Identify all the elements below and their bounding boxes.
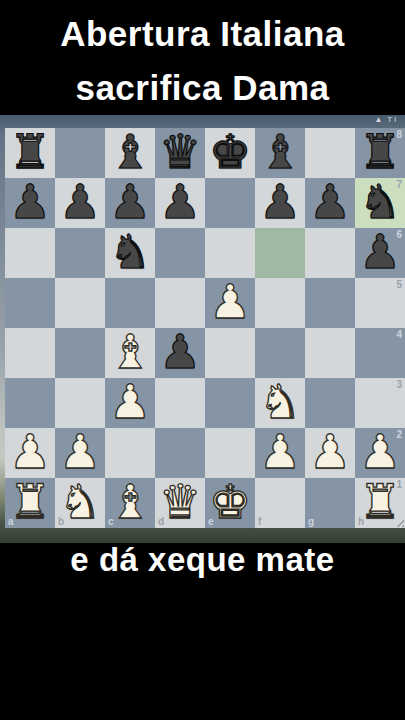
square-c7[interactable]: ♟ xyxy=(105,178,155,228)
black-bishop[interactable]: ♝ xyxy=(109,127,151,177)
black-pawn[interactable]: ♟ xyxy=(159,327,201,377)
square-a7[interactable]: ♟ xyxy=(5,178,55,228)
status-triangle-icon: ▲ xyxy=(374,115,384,125)
white-pawn[interactable]: ♟ xyxy=(359,427,401,477)
square-h4[interactable]: 4 xyxy=(355,328,405,378)
square-d5[interactable] xyxy=(155,278,205,328)
square-g1[interactable]: g xyxy=(305,478,355,528)
square-g6[interactable] xyxy=(305,228,355,278)
square-h1[interactable]: ♜1h xyxy=(355,478,405,528)
square-c6[interactable]: ♞ xyxy=(105,228,155,278)
square-g5[interactable] xyxy=(305,278,355,328)
square-b7[interactable]: ♟ xyxy=(55,178,105,228)
square-e1[interactable]: ♚e xyxy=(205,478,255,528)
square-b2[interactable]: ♟ xyxy=(55,428,105,478)
status-bar: ▲ Tl xyxy=(374,115,398,125)
square-c3[interactable]: ♟ xyxy=(105,378,155,428)
file-label-g: g xyxy=(308,517,314,527)
black-knight[interactable]: ♞ xyxy=(359,177,401,227)
white-pawn[interactable]: ♟ xyxy=(309,427,351,477)
square-d7[interactable]: ♟ xyxy=(155,178,205,228)
square-d8[interactable]: ♛ xyxy=(155,128,205,178)
square-d2[interactable] xyxy=(155,428,205,478)
square-c2[interactable] xyxy=(105,428,155,478)
short-video-frame: Abertura Italiana sacrifica Dama ▲ Tl ♜♝… xyxy=(0,0,405,720)
white-pawn[interactable]: ♟ xyxy=(209,277,251,327)
square-c5[interactable] xyxy=(105,278,155,328)
square-b5[interactable] xyxy=(55,278,105,328)
black-king[interactable]: ♚ xyxy=(209,127,251,177)
black-pawn[interactable]: ♟ xyxy=(359,227,401,277)
square-a5[interactable] xyxy=(5,278,55,328)
black-pawn[interactable]: ♟ xyxy=(59,177,101,227)
square-f7[interactable]: ♟ xyxy=(255,178,305,228)
square-c8[interactable]: ♝ xyxy=(105,128,155,178)
white-knight[interactable]: ♞ xyxy=(259,377,301,427)
file-label-f: f xyxy=(258,517,261,527)
square-f2[interactable]: ♟ xyxy=(255,428,305,478)
black-pawn[interactable]: ♟ xyxy=(9,177,51,227)
square-d3[interactable] xyxy=(155,378,205,428)
black-rook[interactable]: ♜ xyxy=(9,127,51,177)
chess-board[interactable]: ♜♝♛♚♝♜8♟♟♟♟♟♟♞7♞♟6♟5♝♟4♟♞3♟♟♟♟♟2♜a♞b♝c♛d… xyxy=(5,128,405,528)
square-g4[interactable] xyxy=(305,328,355,378)
rank-label-4: 4 xyxy=(396,330,402,340)
square-f6[interactable] xyxy=(255,228,305,278)
square-g7[interactable]: ♟ xyxy=(305,178,355,228)
white-knight[interactable]: ♞ xyxy=(59,477,101,527)
title-line-2: sacrifica Dama xyxy=(0,68,405,108)
square-h8[interactable]: ♜8 xyxy=(355,128,405,178)
square-b1[interactable]: ♞b xyxy=(55,478,105,528)
white-pawn[interactable]: ♟ xyxy=(259,427,301,477)
white-pawn[interactable]: ♟ xyxy=(9,427,51,477)
file-label-c: c xyxy=(108,517,114,527)
square-h7[interactable]: ♞7 xyxy=(355,178,405,228)
white-rook[interactable]: ♜ xyxy=(9,477,51,527)
rank-label-2: 2 xyxy=(396,430,402,440)
square-f3[interactable]: ♞ xyxy=(255,378,305,428)
caption-text: e dá xeque mate xyxy=(0,541,405,579)
title-line-1: Abertura Italiana xyxy=(0,14,405,54)
square-c1[interactable]: ♝c xyxy=(105,478,155,528)
white-king[interactable]: ♚ xyxy=(209,477,251,527)
rank-label-3: 3 xyxy=(396,380,402,390)
black-knight[interactable]: ♞ xyxy=(109,227,151,277)
square-a6[interactable] xyxy=(5,228,55,278)
black-bishop[interactable]: ♝ xyxy=(259,127,301,177)
square-g3[interactable] xyxy=(305,378,355,428)
file-label-h: h xyxy=(358,517,364,527)
square-f5[interactable] xyxy=(255,278,305,328)
square-b3[interactable] xyxy=(55,378,105,428)
square-f8[interactable]: ♝ xyxy=(255,128,305,178)
square-d4[interactable]: ♟ xyxy=(155,328,205,378)
square-h3[interactable]: 3 xyxy=(355,378,405,428)
square-b8[interactable] xyxy=(55,128,105,178)
black-pawn[interactable]: ♟ xyxy=(109,177,151,227)
square-h5[interactable]: 5 xyxy=(355,278,405,328)
rank-label-6: 6 xyxy=(396,230,402,240)
black-pawn[interactable]: ♟ xyxy=(259,177,301,227)
rank-label-1: 1 xyxy=(396,480,402,490)
file-label-d: d xyxy=(158,517,164,527)
black-pawn[interactable]: ♟ xyxy=(309,177,351,227)
square-h6[interactable]: ♟6 xyxy=(355,228,405,278)
square-a8[interactable]: ♜ xyxy=(5,128,55,178)
file-label-a: a xyxy=(8,517,14,527)
rank-label-7: 7 xyxy=(396,180,402,190)
white-bishop[interactable]: ♝ xyxy=(109,327,151,377)
black-rook[interactable]: ♜ xyxy=(359,127,401,177)
square-e5[interactable]: ♟ xyxy=(205,278,255,328)
black-queen[interactable]: ♛ xyxy=(159,127,201,177)
square-e3[interactable] xyxy=(205,378,255,428)
square-g2[interactable]: ♟ xyxy=(305,428,355,478)
square-e8[interactable]: ♚ xyxy=(205,128,255,178)
square-h2[interactable]: ♟2 xyxy=(355,428,405,478)
square-c4[interactable]: ♝ xyxy=(105,328,155,378)
file-label-b: b xyxy=(58,517,64,527)
white-rook[interactable]: ♜ xyxy=(359,477,401,527)
square-a4[interactable] xyxy=(5,328,55,378)
square-e6[interactable] xyxy=(205,228,255,278)
black-pawn[interactable]: ♟ xyxy=(159,177,201,227)
white-pawn[interactable]: ♟ xyxy=(109,377,151,427)
square-b6[interactable] xyxy=(55,228,105,278)
square-f1[interactable]: f xyxy=(255,478,305,528)
rank-label-5: 5 xyxy=(396,280,402,290)
square-d6[interactable] xyxy=(155,228,205,278)
square-a2[interactable]: ♟ xyxy=(5,428,55,478)
square-e4[interactable] xyxy=(205,328,255,378)
square-a1[interactable]: ♜a xyxy=(5,478,55,528)
white-bishop[interactable]: ♝ xyxy=(109,477,151,527)
square-e2[interactable] xyxy=(205,428,255,478)
square-b4[interactable] xyxy=(55,328,105,378)
white-queen[interactable]: ♛ xyxy=(159,477,201,527)
square-d1[interactable]: ♛d xyxy=(155,478,205,528)
square-a3[interactable] xyxy=(5,378,55,428)
square-f4[interactable] xyxy=(255,328,305,378)
square-e7[interactable] xyxy=(205,178,255,228)
square-g8[interactable] xyxy=(305,128,355,178)
status-text-icon: Tl xyxy=(387,115,398,125)
white-pawn[interactable]: ♟ xyxy=(59,427,101,477)
rank-label-8: 8 xyxy=(396,130,402,140)
file-label-e: e xyxy=(208,517,214,527)
